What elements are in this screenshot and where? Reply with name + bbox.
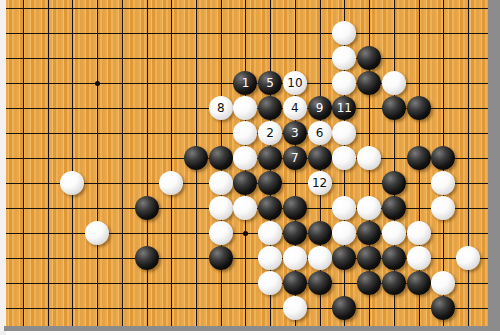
stone-white[interactable] xyxy=(85,221,109,245)
stone-black[interactable] xyxy=(407,96,431,120)
stone-black[interactable] xyxy=(382,196,406,220)
stone-white[interactable] xyxy=(308,246,332,270)
stone-white[interactable] xyxy=(283,246,307,270)
stone-white[interactable] xyxy=(332,146,356,170)
stone-white[interactable] xyxy=(283,296,307,320)
stone-black[interactable] xyxy=(431,296,455,320)
grid-line-vertical xyxy=(122,0,123,326)
stone-white[interactable] xyxy=(332,71,356,95)
stone-white[interactable] xyxy=(233,146,257,170)
stone-white[interactable] xyxy=(357,196,381,220)
stone-black-move-1[interactable]: 1 xyxy=(233,71,257,95)
move-number-label: 4 xyxy=(291,102,299,114)
stone-black[interactable] xyxy=(382,271,406,295)
stone-black[interactable] xyxy=(283,271,307,295)
grid-line-vertical xyxy=(23,0,24,326)
move-number-label: 9 xyxy=(316,102,324,114)
frame-border-right xyxy=(488,0,500,331)
stone-white[interactable] xyxy=(233,196,257,220)
stone-black[interactable] xyxy=(357,271,381,295)
stone-black[interactable] xyxy=(258,96,282,120)
stone-black-move-3[interactable]: 3 xyxy=(283,121,307,145)
move-number-label: 12 xyxy=(312,177,327,189)
stone-black[interactable] xyxy=(258,171,282,195)
move-number-label: 7 xyxy=(291,152,299,164)
stone-white[interactable] xyxy=(209,196,233,220)
stone-black[interactable] xyxy=(258,146,282,170)
grid-line-horizontal xyxy=(6,8,488,9)
stone-white[interactable] xyxy=(332,196,356,220)
frame-border-left xyxy=(0,0,6,335)
stone-black[interactable] xyxy=(332,246,356,270)
stone-white[interactable] xyxy=(209,171,233,195)
stone-white[interactable] xyxy=(258,246,282,270)
stone-white[interactable] xyxy=(332,21,356,45)
stone-white-move-2[interactable]: 2 xyxy=(258,121,282,145)
grid-line-horizontal xyxy=(6,308,488,309)
stone-black-move-7[interactable]: 7 xyxy=(283,146,307,170)
stone-white-move-4[interactable]: 4 xyxy=(283,96,307,120)
move-number-label: 10 xyxy=(287,77,302,89)
move-number-label: 8 xyxy=(217,102,225,114)
grid-line-vertical xyxy=(147,0,148,326)
stone-black[interactable] xyxy=(135,196,159,220)
stone-white[interactable] xyxy=(407,246,431,270)
stone-black[interactable] xyxy=(357,246,381,270)
stone-black[interactable] xyxy=(308,221,332,245)
stone-black[interactable] xyxy=(258,196,282,220)
stone-black-move-5[interactable]: 5 xyxy=(258,71,282,95)
go-board[interactable]: 151084911236712 xyxy=(6,0,488,326)
stone-white[interactable] xyxy=(407,221,431,245)
grid-line-vertical xyxy=(48,0,49,326)
grid-line-vertical xyxy=(72,0,73,326)
stone-black[interactable] xyxy=(357,46,381,70)
stone-black[interactable] xyxy=(209,146,233,170)
grid-line-horizontal xyxy=(6,33,488,34)
stone-white[interactable] xyxy=(233,96,257,120)
stone-black[interactable] xyxy=(407,146,431,170)
stone-black[interactable] xyxy=(357,71,381,95)
stone-white[interactable] xyxy=(456,246,480,270)
stone-black[interactable] xyxy=(407,271,431,295)
stone-black[interactable] xyxy=(135,246,159,270)
stone-white[interactable] xyxy=(258,271,282,295)
stone-black[interactable] xyxy=(382,171,406,195)
stone-white[interactable] xyxy=(233,121,257,145)
move-number-label: 2 xyxy=(266,127,274,139)
grid-line-horizontal xyxy=(6,58,488,59)
stone-black[interactable] xyxy=(332,296,356,320)
stone-white[interactable] xyxy=(431,171,455,195)
grid-line-vertical xyxy=(468,0,469,326)
stone-black[interactable] xyxy=(283,221,307,245)
stone-white[interactable] xyxy=(60,171,84,195)
stone-white[interactable] xyxy=(332,121,356,145)
stone-white[interactable] xyxy=(332,46,356,70)
move-number-label: 11 xyxy=(337,102,352,114)
move-number-label: 3 xyxy=(291,127,299,139)
stone-white-move-10[interactable]: 10 xyxy=(283,71,307,95)
grid-line-vertical xyxy=(171,0,172,326)
stone-white[interactable] xyxy=(431,196,455,220)
stone-black-move-9[interactable]: 9 xyxy=(308,96,332,120)
stone-black[interactable] xyxy=(382,96,406,120)
move-number-label: 6 xyxy=(316,127,324,139)
go-diagram-window: 151084911236712 xyxy=(0,0,500,335)
stone-white[interactable] xyxy=(332,221,356,245)
stone-white[interactable] xyxy=(258,221,282,245)
frame-border-bottom xyxy=(4,326,498,331)
move-number-label: 1 xyxy=(242,77,250,89)
grid-line-vertical xyxy=(97,0,98,326)
stone-white-move-6[interactable]: 6 xyxy=(308,121,332,145)
stone-white[interactable] xyxy=(209,221,233,245)
star-point xyxy=(243,231,248,236)
stone-white[interactable] xyxy=(431,271,455,295)
stone-black[interactable] xyxy=(233,171,257,195)
stone-white-move-12[interactable]: 12 xyxy=(308,171,332,195)
stone-black[interactable] xyxy=(283,196,307,220)
star-point xyxy=(95,81,100,86)
stone-black[interactable] xyxy=(184,146,208,170)
stone-black[interactable] xyxy=(431,146,455,170)
stone-white-move-8[interactable]: 8 xyxy=(209,96,233,120)
stone-black-move-11[interactable]: 11 xyxy=(332,96,356,120)
stone-black[interactable] xyxy=(357,221,381,245)
stone-white[interactable] xyxy=(357,146,381,170)
stone-white[interactable] xyxy=(159,171,183,195)
stone-black[interactable] xyxy=(382,246,406,270)
stone-white[interactable] xyxy=(382,71,406,95)
stone-black[interactable] xyxy=(308,146,332,170)
stone-black[interactable] xyxy=(209,246,233,270)
stone-black[interactable] xyxy=(308,271,332,295)
move-number-label: 5 xyxy=(266,77,274,89)
stone-white[interactable] xyxy=(382,221,406,245)
